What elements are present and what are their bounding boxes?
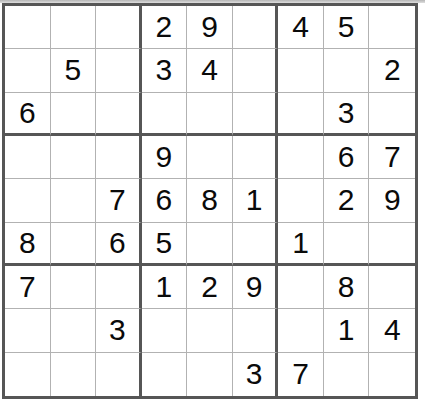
given-digit: 6 xyxy=(109,228,126,258)
given-digit: 5 xyxy=(156,228,173,258)
cell-r1c4[interactable]: 2 xyxy=(142,6,188,49)
given-digit: 7 xyxy=(384,142,401,172)
cell-r6c1[interactable]: 8 xyxy=(5,223,51,266)
given-digit: 4 xyxy=(292,12,309,42)
cell-r4c7[interactable] xyxy=(278,136,324,179)
cell-r1c2[interactable] xyxy=(51,6,97,49)
cell-r5c1[interactable] xyxy=(5,179,51,222)
given-digit: 5 xyxy=(64,55,81,85)
cell-r3c4[interactable] xyxy=(142,93,188,136)
cell-r6c7[interactable]: 1 xyxy=(278,223,324,266)
cell-r2c4[interactable]: 3 xyxy=(142,49,188,92)
cell-r4c3[interactable] xyxy=(96,136,142,179)
given-digit: 3 xyxy=(246,359,263,389)
cell-r9c8[interactable] xyxy=(324,353,370,396)
cell-r8c2[interactable] xyxy=(51,309,97,352)
given-digit: 9 xyxy=(246,272,263,302)
cell-r5c7[interactable] xyxy=(278,179,324,222)
cell-r9c7[interactable]: 7 xyxy=(278,353,324,396)
cell-r3c8[interactable]: 3 xyxy=(324,93,370,136)
cell-r8c5[interactable] xyxy=(187,309,233,352)
cell-r1c9[interactable] xyxy=(369,6,415,49)
cell-r1c8[interactable]: 5 xyxy=(324,6,370,49)
cell-r4c4[interactable]: 9 xyxy=(142,136,188,179)
cell-r3c6[interactable] xyxy=(233,93,279,136)
cell-r8c1[interactable] xyxy=(5,309,51,352)
cell-r6c6[interactable] xyxy=(233,223,279,266)
given-digit: 6 xyxy=(19,98,36,128)
cell-r9c6[interactable]: 3 xyxy=(233,353,279,396)
given-digit: 1 xyxy=(292,228,309,258)
given-digit: 7 xyxy=(109,185,126,215)
cell-r3c5[interactable] xyxy=(187,93,233,136)
cell-r1c1[interactable] xyxy=(5,6,51,49)
cell-r6c3[interactable]: 6 xyxy=(96,223,142,266)
cell-r4c8[interactable]: 6 xyxy=(324,136,370,179)
cell-r8c4[interactable] xyxy=(142,309,188,352)
given-digit: 4 xyxy=(201,55,218,85)
cell-r9c2[interactable] xyxy=(51,353,97,396)
cell-r9c1[interactable] xyxy=(5,353,51,396)
cell-r6c2[interactable] xyxy=(51,223,97,266)
cell-r2c3[interactable] xyxy=(96,49,142,92)
given-digit: 1 xyxy=(338,315,355,345)
given-digit: 3 xyxy=(109,315,126,345)
given-digit: 4 xyxy=(384,315,401,345)
given-digit: 1 xyxy=(246,185,263,215)
cell-r8c3[interactable]: 3 xyxy=(96,309,142,352)
given-digit: 9 xyxy=(384,185,401,215)
cell-r5c8[interactable]: 2 xyxy=(324,179,370,222)
given-digit: 9 xyxy=(201,12,218,42)
cell-r1c5[interactable]: 9 xyxy=(187,6,233,49)
cell-r1c7[interactable]: 4 xyxy=(278,6,324,49)
cell-r6c8[interactable] xyxy=(324,223,370,266)
cell-r9c5[interactable] xyxy=(187,353,233,396)
given-digit: 7 xyxy=(19,272,36,302)
cell-r2c9[interactable]: 2 xyxy=(369,49,415,92)
cell-r7c4[interactable]: 1 xyxy=(142,266,188,309)
cell-r3c3[interactable] xyxy=(96,93,142,136)
cell-r4c1[interactable] xyxy=(5,136,51,179)
cell-r8c9[interactable]: 4 xyxy=(369,309,415,352)
given-digit: 2 xyxy=(201,272,218,302)
given-digit: 6 xyxy=(338,142,355,172)
cell-r2c8[interactable] xyxy=(324,49,370,92)
cell-r8c7[interactable] xyxy=(278,309,324,352)
cell-r7c1[interactable]: 7 xyxy=(5,266,51,309)
cell-r2c1[interactable] xyxy=(5,49,51,92)
given-digit: 2 xyxy=(338,185,355,215)
cell-r1c6[interactable] xyxy=(233,6,279,49)
given-digit: 8 xyxy=(19,228,36,258)
cell-r3c9[interactable] xyxy=(369,93,415,136)
cell-r7c5[interactable]: 2 xyxy=(187,266,233,309)
cell-r7c9[interactable] xyxy=(369,266,415,309)
cell-r2c6[interactable] xyxy=(233,49,279,92)
cell-r3c1[interactable]: 6 xyxy=(5,93,51,136)
given-digit: 5 xyxy=(338,12,355,42)
cell-r9c4[interactable] xyxy=(142,353,188,396)
cell-r5c3[interactable]: 7 xyxy=(96,179,142,222)
cell-r7c6[interactable]: 9 xyxy=(233,266,279,309)
cell-r6c4[interactable]: 5 xyxy=(142,223,188,266)
cell-r5c9[interactable]: 9 xyxy=(369,179,415,222)
cell-r6c9[interactable] xyxy=(369,223,415,266)
given-digit: 2 xyxy=(384,55,401,85)
cell-r7c2[interactable] xyxy=(51,266,97,309)
cell-r2c2[interactable]: 5 xyxy=(51,49,97,92)
given-digit: 8 xyxy=(338,272,355,302)
given-digit: 8 xyxy=(201,185,218,215)
cell-r7c7[interactable] xyxy=(278,266,324,309)
cell-r2c7[interactable] xyxy=(278,49,324,92)
given-digit: 9 xyxy=(156,142,173,172)
given-digit: 6 xyxy=(156,185,173,215)
cell-r5c2[interactable] xyxy=(51,179,97,222)
cell-r9c9[interactable] xyxy=(369,353,415,396)
given-digit: 2 xyxy=(156,12,173,42)
cell-r3c7[interactable] xyxy=(278,93,324,136)
given-digit: 3 xyxy=(156,55,173,85)
cell-r2c5[interactable]: 4 xyxy=(187,49,233,92)
cell-r4c6[interactable] xyxy=(233,136,279,179)
sudoku-board: 294553426396776812986517129831437 xyxy=(2,3,418,399)
cell-r7c3[interactable] xyxy=(96,266,142,309)
given-digit: 7 xyxy=(292,359,309,389)
cell-r8c8[interactable]: 1 xyxy=(324,309,370,352)
cell-r8c6[interactable] xyxy=(233,309,279,352)
cell-r5c4[interactable]: 6 xyxy=(142,179,188,222)
cell-r9c3[interactable] xyxy=(96,353,142,396)
cell-r4c5[interactable] xyxy=(187,136,233,179)
cell-r4c2[interactable] xyxy=(51,136,97,179)
cell-r1c3[interactable] xyxy=(96,6,142,49)
cell-r7c8[interactable]: 8 xyxy=(324,266,370,309)
cell-r3c2[interactable] xyxy=(51,93,97,136)
cell-r5c6[interactable]: 1 xyxy=(233,179,279,222)
given-digit: 1 xyxy=(156,272,173,302)
cell-r5c5[interactable]: 8 xyxy=(187,179,233,222)
cell-r6c5[interactable] xyxy=(187,223,233,266)
cell-r4c9[interactable]: 7 xyxy=(369,136,415,179)
given-digit: 3 xyxy=(338,98,355,128)
